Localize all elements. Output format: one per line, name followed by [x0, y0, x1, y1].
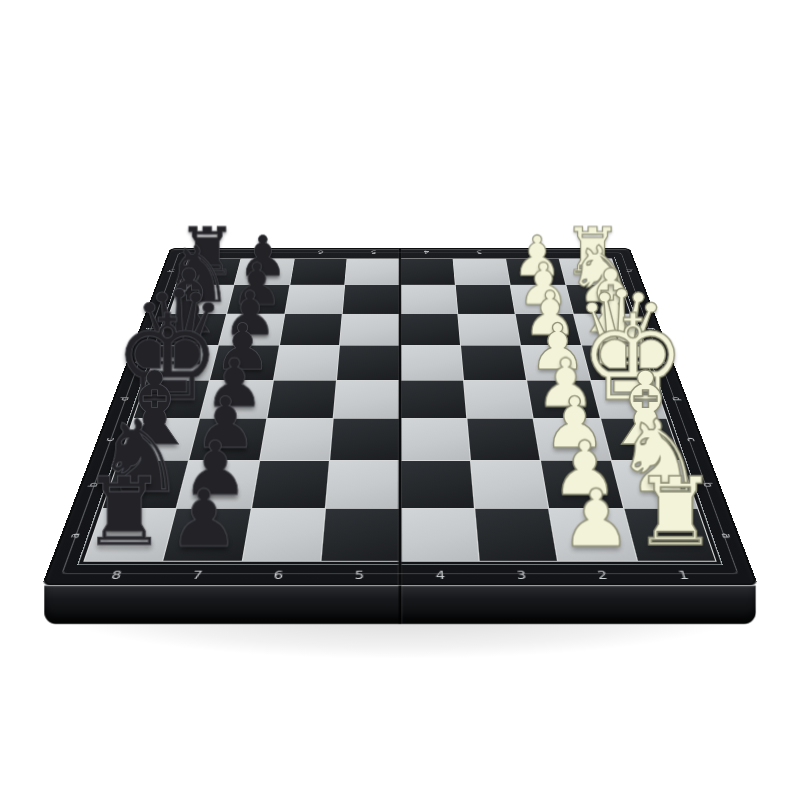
square-h5[interactable] — [345, 259, 399, 285]
file-label-h: h — [601, 267, 658, 275]
square-e6[interactable] — [274, 346, 339, 380]
square-c5[interactable] — [330, 419, 399, 461]
white-pawn[interactable]: ♟ — [561, 482, 632, 557]
square-c3[interactable] — [467, 419, 540, 461]
square-b5[interactable] — [326, 461, 399, 508]
square-a5[interactable] — [322, 508, 400, 560]
rank-label-2: 2 — [560, 566, 645, 584]
square-a6[interactable] — [243, 508, 325, 560]
square-a2[interactable]: ♟ — [549, 508, 636, 560]
square-e3[interactable] — [461, 346, 526, 380]
square-d6[interactable] — [267, 380, 336, 418]
square-d3[interactable] — [464, 380, 533, 418]
rank-label-far-4: 4 — [400, 249, 453, 256]
square-d4[interactable] — [401, 380, 467, 418]
rank-label-1: 1 — [641, 566, 728, 584]
square-f4[interactable] — [400, 314, 459, 345]
square-f6[interactable] — [280, 314, 342, 345]
rank-label-far-1: 1 — [558, 249, 613, 256]
square-h6[interactable] — [290, 259, 347, 285]
square-b6[interactable] — [252, 461, 329, 508]
rank-label-5: 5 — [318, 566, 400, 584]
square-c6[interactable] — [260, 419, 333, 461]
square-g5[interactable] — [343, 285, 400, 313]
square-g3[interactable] — [456, 285, 515, 313]
rank-label-4: 4 — [400, 566, 482, 584]
perspective-stage: ♜♟♟♜♞♟♟♞♝♟♟♝♛♟♟♛♚♟♟♚♝♟♟♝♞♟♟♞♜♟♟♜ 8765432… — [0, 0, 800, 800]
chess-board: ♜♟♟♜♞♟♟♞♝♟♟♝♛♟♟♛♚♟♟♚♝♟♟♝♞♟♟♞♜♟♟♜ 8765432… — [42, 248, 759, 585]
square-e5[interactable] — [337, 346, 399, 380]
rank-label-far-6: 6 — [294, 249, 348, 256]
square-f3[interactable] — [458, 314, 520, 345]
square-c4[interactable] — [401, 419, 470, 461]
square-b4[interactable] — [401, 461, 474, 508]
square-a3[interactable] — [475, 508, 557, 560]
square-h4[interactable] — [400, 259, 454, 285]
square-f5[interactable] — [340, 314, 399, 345]
rank-label-far-8: 8 — [187, 249, 242, 256]
square-h3[interactable] — [453, 259, 510, 285]
square-a8[interactable]: ♜ — [85, 508, 176, 560]
square-a4[interactable] — [401, 508, 479, 560]
rank-label-far-2: 2 — [505, 249, 559, 256]
square-a7[interactable]: ♟ — [164, 508, 251, 560]
board-side-wall — [44, 585, 755, 623]
rank-label-far-7: 7 — [241, 249, 295, 256]
rank-label-8: 8 — [73, 566, 160, 584]
black-rook[interactable]: ♜ — [82, 468, 167, 558]
rank-label-6: 6 — [236, 566, 319, 584]
file-label-h: h — [142, 267, 199, 275]
square-a1[interactable]: ♜ — [624, 508, 715, 560]
square-d5[interactable] — [334, 380, 400, 418]
square-e4[interactable] — [400, 346, 462, 380]
rank-label-3: 3 — [480, 566, 563, 584]
rank-label-far-5: 5 — [347, 249, 400, 256]
square-g4[interactable] — [400, 285, 457, 313]
rank-label-far-3: 3 — [453, 249, 507, 256]
black-pawn[interactable]: ♟ — [168, 482, 239, 557]
square-g6[interactable] — [285, 285, 344, 313]
rank-labels-far-edge: 87654321 — [187, 249, 612, 256]
product-photo-scene: ♜♟♟♜♞♟♟♞♝♟♟♝♛♟♟♛♚♟♟♚♝♟♟♝♞♟♟♞♜♟♟♜ 8765432… — [0, 0, 800, 800]
rank-label-7: 7 — [155, 566, 240, 584]
white-rook[interactable]: ♜ — [633, 468, 718, 558]
square-b3[interactable] — [471, 461, 548, 508]
